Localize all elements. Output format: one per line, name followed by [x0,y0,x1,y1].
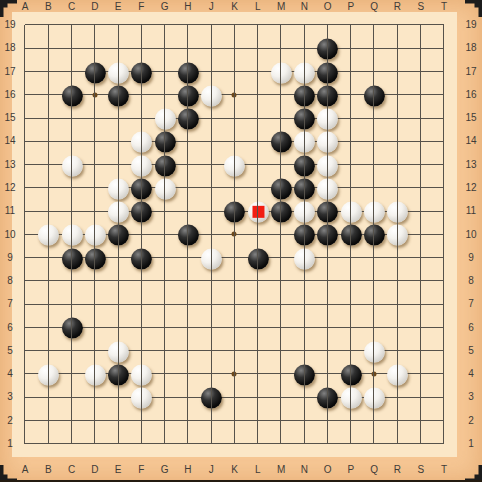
point-M19[interactable] [269,13,292,36]
point-T9[interactable] [432,246,455,269]
point-H3[interactable] [176,386,199,409]
point-N6[interactable] [293,316,316,339]
point-E13[interactable] [106,153,129,176]
point-E3[interactable] [106,386,129,409]
point-L18[interactable] [246,37,269,60]
point-N4[interactable] [293,362,316,385]
point-M3[interactable] [269,386,292,409]
point-L5[interactable] [246,339,269,362]
point-J4[interactable] [199,362,222,385]
point-S1[interactable] [409,432,432,455]
point-C14[interactable] [60,130,83,153]
point-N17[interactable] [293,60,316,83]
point-Q7[interactable] [362,293,385,316]
point-P10[interactable] [339,223,362,246]
point-J15[interactable] [199,106,222,129]
point-P5[interactable] [339,339,362,362]
point-N9[interactable] [293,246,316,269]
point-J10[interactable] [199,223,222,246]
point-E12[interactable] [106,176,129,199]
point-M16[interactable] [269,83,292,106]
point-G8[interactable] [153,269,176,292]
point-O15[interactable] [316,106,339,129]
point-H14[interactable] [176,130,199,153]
point-C18[interactable] [60,37,83,60]
point-D17[interactable] [83,60,106,83]
point-J7[interactable] [199,293,222,316]
point-H4[interactable] [176,362,199,385]
point-H2[interactable] [176,409,199,432]
point-L7[interactable] [246,293,269,316]
point-S8[interactable] [409,269,432,292]
point-L12[interactable] [246,176,269,199]
point-T6[interactable] [432,316,455,339]
point-P1[interactable] [339,432,362,455]
point-R1[interactable] [386,432,409,455]
point-G5[interactable] [153,339,176,362]
point-T4[interactable] [432,362,455,385]
point-K15[interactable] [223,106,246,129]
point-D6[interactable] [83,316,106,339]
point-B10[interactable] [37,223,60,246]
point-T1[interactable] [432,432,455,455]
point-P7[interactable] [339,293,362,316]
point-D11[interactable] [83,199,106,222]
point-H19[interactable] [176,13,199,36]
point-H11[interactable] [176,199,199,222]
point-K11[interactable] [223,199,246,222]
point-N13[interactable] [293,153,316,176]
point-E1[interactable] [106,432,129,455]
point-H6[interactable] [176,316,199,339]
point-O7[interactable] [316,293,339,316]
point-M17[interactable] [269,60,292,83]
point-N16[interactable] [293,83,316,106]
point-O5[interactable] [316,339,339,362]
point-F2[interactable] [130,409,153,432]
point-O14[interactable] [316,130,339,153]
point-B17[interactable] [37,60,60,83]
point-L19[interactable] [246,13,269,36]
point-N3[interactable] [293,386,316,409]
point-L8[interactable] [246,269,269,292]
point-N1[interactable] [293,432,316,455]
point-S18[interactable] [409,37,432,60]
point-B18[interactable] [37,37,60,60]
point-B15[interactable] [37,106,60,129]
point-J9[interactable] [199,246,222,269]
point-H8[interactable] [176,269,199,292]
point-F3[interactable] [130,386,153,409]
point-N2[interactable] [293,409,316,432]
point-F19[interactable] [130,13,153,36]
point-E9[interactable] [106,246,129,269]
point-T3[interactable] [432,386,455,409]
point-R15[interactable] [386,106,409,129]
point-C5[interactable] [60,339,83,362]
point-M1[interactable] [269,432,292,455]
point-F1[interactable] [130,432,153,455]
point-Q3[interactable] [362,386,385,409]
point-P14[interactable] [339,130,362,153]
point-Q11[interactable] [362,199,385,222]
point-O9[interactable] [316,246,339,269]
point-G15[interactable] [153,106,176,129]
point-D14[interactable] [83,130,106,153]
point-L17[interactable] [246,60,269,83]
point-K10[interactable] [223,223,246,246]
point-J16[interactable] [199,83,222,106]
point-S19[interactable] [409,13,432,36]
point-E6[interactable] [106,316,129,339]
point-C6[interactable] [60,316,83,339]
point-P2[interactable] [339,409,362,432]
point-J14[interactable] [199,130,222,153]
point-T13[interactable] [432,153,455,176]
point-C16[interactable] [60,83,83,106]
point-L16[interactable] [246,83,269,106]
point-Q5[interactable] [362,339,385,362]
point-J13[interactable] [199,153,222,176]
point-K7[interactable] [223,293,246,316]
point-H7[interactable] [176,293,199,316]
point-B1[interactable] [37,432,60,455]
point-K8[interactable] [223,269,246,292]
point-F10[interactable] [130,223,153,246]
point-Q10[interactable] [362,223,385,246]
point-E14[interactable] [106,130,129,153]
point-O6[interactable] [316,316,339,339]
point-Q15[interactable] [362,106,385,129]
point-K17[interactable] [223,60,246,83]
point-E15[interactable] [106,106,129,129]
point-T8[interactable] [432,269,455,292]
point-D16[interactable] [83,83,106,106]
point-G12[interactable] [153,176,176,199]
point-R7[interactable] [386,293,409,316]
point-C12[interactable] [60,176,83,199]
point-N19[interactable] [293,13,316,36]
point-L15[interactable] [246,106,269,129]
point-P12[interactable] [339,176,362,199]
point-E16[interactable] [106,83,129,106]
point-K14[interactable] [223,130,246,153]
point-O4[interactable] [316,362,339,385]
point-F4[interactable] [130,362,153,385]
point-E8[interactable] [106,269,129,292]
point-O11[interactable] [316,199,339,222]
point-Q8[interactable] [362,269,385,292]
point-B4[interactable] [37,362,60,385]
point-S17[interactable] [409,60,432,83]
point-D12[interactable] [83,176,106,199]
point-Q12[interactable] [362,176,385,199]
point-D9[interactable] [83,246,106,269]
point-T12[interactable] [432,176,455,199]
point-O3[interactable] [316,386,339,409]
point-O16[interactable] [316,83,339,106]
point-L11[interactable] [246,199,269,222]
point-K19[interactable] [223,13,246,36]
point-R14[interactable] [386,130,409,153]
point-R12[interactable] [386,176,409,199]
point-K4[interactable] [223,362,246,385]
point-P16[interactable] [339,83,362,106]
point-S13[interactable] [409,153,432,176]
point-N15[interactable] [293,106,316,129]
point-S3[interactable] [409,386,432,409]
point-F13[interactable] [130,153,153,176]
point-D7[interactable] [83,293,106,316]
point-L9[interactable] [246,246,269,269]
point-M7[interactable] [269,293,292,316]
point-E5[interactable] [106,339,129,362]
point-G4[interactable] [153,362,176,385]
point-P6[interactable] [339,316,362,339]
point-P19[interactable] [339,13,362,36]
point-M18[interactable] [269,37,292,60]
point-S2[interactable] [409,409,432,432]
point-F16[interactable] [130,83,153,106]
point-B12[interactable] [37,176,60,199]
point-J17[interactable] [199,60,222,83]
point-G3[interactable] [153,386,176,409]
point-J19[interactable] [199,13,222,36]
point-M4[interactable] [269,362,292,385]
point-P4[interactable] [339,362,362,385]
point-M14[interactable] [269,130,292,153]
point-C19[interactable] [60,13,83,36]
point-E18[interactable] [106,37,129,60]
point-N18[interactable] [293,37,316,60]
point-K3[interactable] [223,386,246,409]
point-H10[interactable] [176,223,199,246]
point-R5[interactable] [386,339,409,362]
point-L13[interactable] [246,153,269,176]
point-M6[interactable] [269,316,292,339]
point-E2[interactable] [106,409,129,432]
point-T10[interactable] [432,223,455,246]
point-Q14[interactable] [362,130,385,153]
point-R3[interactable] [386,386,409,409]
point-K2[interactable] [223,409,246,432]
point-N14[interactable] [293,130,316,153]
point-C7[interactable] [60,293,83,316]
point-S16[interactable] [409,83,432,106]
point-F5[interactable] [130,339,153,362]
point-P13[interactable] [339,153,362,176]
point-S4[interactable] [409,362,432,385]
point-J11[interactable] [199,199,222,222]
point-J3[interactable] [199,386,222,409]
point-E17[interactable] [106,60,129,83]
point-B14[interactable] [37,130,60,153]
point-D19[interactable] [83,13,106,36]
point-C15[interactable] [60,106,83,129]
point-D4[interactable] [83,362,106,385]
point-H12[interactable] [176,176,199,199]
point-Q9[interactable] [362,246,385,269]
point-J8[interactable] [199,269,222,292]
point-J2[interactable] [199,409,222,432]
point-Q19[interactable] [362,13,385,36]
point-D18[interactable] [83,37,106,60]
point-L3[interactable] [246,386,269,409]
point-J5[interactable] [199,339,222,362]
point-F6[interactable] [130,316,153,339]
point-B5[interactable] [37,339,60,362]
point-P3[interactable] [339,386,362,409]
point-C3[interactable] [60,386,83,409]
point-L10[interactable] [246,223,269,246]
point-O17[interactable] [316,60,339,83]
point-K18[interactable] [223,37,246,60]
point-R17[interactable] [386,60,409,83]
point-R19[interactable] [386,13,409,36]
point-Q13[interactable] [362,153,385,176]
point-N10[interactable] [293,223,316,246]
point-Q6[interactable] [362,316,385,339]
point-R11[interactable] [386,199,409,222]
point-O18[interactable] [316,37,339,60]
point-M10[interactable] [269,223,292,246]
point-T17[interactable] [432,60,455,83]
point-G11[interactable] [153,199,176,222]
point-K5[interactable] [223,339,246,362]
point-F9[interactable] [130,246,153,269]
point-O12[interactable] [316,176,339,199]
point-G14[interactable] [153,130,176,153]
point-S7[interactable] [409,293,432,316]
point-K12[interactable] [223,176,246,199]
point-O8[interactable] [316,269,339,292]
point-M9[interactable] [269,246,292,269]
point-T15[interactable] [432,106,455,129]
point-G18[interactable] [153,37,176,60]
point-N7[interactable] [293,293,316,316]
point-C1[interactable] [60,432,83,455]
point-R2[interactable] [386,409,409,432]
point-E4[interactable] [106,362,129,385]
point-B11[interactable] [37,199,60,222]
point-S14[interactable] [409,130,432,153]
point-K16[interactable] [223,83,246,106]
point-L1[interactable] [246,432,269,455]
point-R16[interactable] [386,83,409,106]
point-F14[interactable] [130,130,153,153]
point-B13[interactable] [37,153,60,176]
point-O10[interactable] [316,223,339,246]
point-P17[interactable] [339,60,362,83]
point-C13[interactable] [60,153,83,176]
point-O1[interactable] [316,432,339,455]
point-T18[interactable] [432,37,455,60]
point-Q16[interactable] [362,83,385,106]
point-D8[interactable] [83,269,106,292]
point-H18[interactable] [176,37,199,60]
point-H5[interactable] [176,339,199,362]
point-F18[interactable] [130,37,153,60]
point-K13[interactable] [223,153,246,176]
point-O19[interactable] [316,13,339,36]
point-B9[interactable] [37,246,60,269]
point-C10[interactable] [60,223,83,246]
point-N8[interactable] [293,269,316,292]
point-G16[interactable] [153,83,176,106]
point-J1[interactable] [199,432,222,455]
point-L4[interactable] [246,362,269,385]
point-G1[interactable] [153,432,176,455]
point-T14[interactable] [432,130,455,153]
point-D5[interactable] [83,339,106,362]
point-T2[interactable] [432,409,455,432]
point-C2[interactable] [60,409,83,432]
point-F17[interactable] [130,60,153,83]
point-D10[interactable] [83,223,106,246]
point-C4[interactable] [60,362,83,385]
point-B16[interactable] [37,83,60,106]
point-M5[interactable] [269,339,292,362]
point-K9[interactable] [223,246,246,269]
point-Q1[interactable] [362,432,385,455]
point-S5[interactable] [409,339,432,362]
point-S11[interactable] [409,199,432,222]
point-Q17[interactable] [362,60,385,83]
point-O2[interactable] [316,409,339,432]
point-S12[interactable] [409,176,432,199]
point-E19[interactable] [106,13,129,36]
point-M2[interactable] [269,409,292,432]
point-F11[interactable] [130,199,153,222]
point-L6[interactable] [246,316,269,339]
point-B3[interactable] [37,386,60,409]
point-F8[interactable] [130,269,153,292]
point-G19[interactable] [153,13,176,36]
point-J12[interactable] [199,176,222,199]
point-P18[interactable] [339,37,362,60]
point-P11[interactable] [339,199,362,222]
point-M11[interactable] [269,199,292,222]
point-J6[interactable] [199,316,222,339]
point-L14[interactable] [246,130,269,153]
point-B2[interactable] [37,409,60,432]
point-Q4[interactable] [362,362,385,385]
point-T11[interactable] [432,199,455,222]
point-F15[interactable] [130,106,153,129]
point-K1[interactable] [223,432,246,455]
point-H13[interactable] [176,153,199,176]
point-P15[interactable] [339,106,362,129]
point-T7[interactable] [432,293,455,316]
point-L2[interactable] [246,409,269,432]
point-Q2[interactable] [362,409,385,432]
point-F7[interactable] [130,293,153,316]
point-R10[interactable] [386,223,409,246]
point-S6[interactable] [409,316,432,339]
point-R13[interactable] [386,153,409,176]
point-D15[interactable] [83,106,106,129]
point-G13[interactable] [153,153,176,176]
point-D2[interactable] [83,409,106,432]
point-R8[interactable] [386,269,409,292]
point-M12[interactable] [269,176,292,199]
point-C17[interactable] [60,60,83,83]
point-T19[interactable] [432,13,455,36]
point-N11[interactable] [293,199,316,222]
point-T5[interactable] [432,339,455,362]
point-K6[interactable] [223,316,246,339]
point-Q18[interactable] [362,37,385,60]
